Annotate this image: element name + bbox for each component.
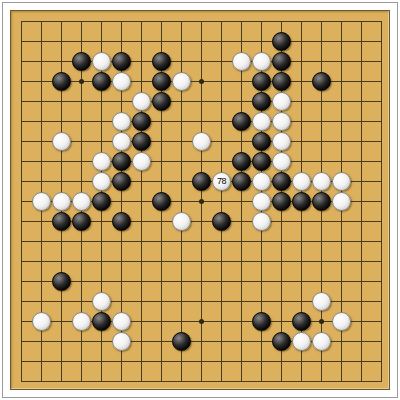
white-stone-16-15 — [312, 292, 331, 311]
white-stone-2-16 — [32, 312, 51, 331]
star-point — [79, 79, 84, 84]
grid-line-vertical — [241, 21, 242, 382]
white-stone-7-8 — [132, 152, 151, 171]
star-point — [199, 199, 204, 204]
white-stone-13-9 — [252, 172, 271, 191]
white-stone-9-11 — [172, 212, 191, 231]
white-stone-13-3 — [252, 52, 271, 71]
black-stone-10-9 — [192, 172, 211, 191]
screenshot-root: { "game": "go", "title": "Go game diagra… — [0, 0, 400, 400]
black-stone-4-3 — [72, 52, 91, 71]
grid-line-vertical — [221, 21, 222, 382]
grid-line-vertical — [361, 21, 362, 382]
white-stone-14-8 — [272, 152, 291, 171]
black-stone-14-2 — [272, 32, 291, 51]
white-stone-13-10 — [252, 192, 271, 211]
black-stone-3-14 — [52, 272, 71, 291]
white-stone-6-17 — [112, 332, 131, 351]
black-stone-5-10 — [92, 192, 111, 211]
black-stone-7-7 — [132, 132, 151, 151]
black-stone-16-4 — [312, 72, 331, 91]
white-stone-7-5 — [132, 92, 151, 111]
black-stone-5-4 — [92, 72, 111, 91]
white-stone-14-7 — [272, 132, 291, 151]
move-number-label: 78 — [213, 173, 230, 190]
black-stone-5-16 — [92, 312, 111, 331]
black-stone-14-9 — [272, 172, 291, 191]
white-stone-2-10 — [32, 192, 51, 211]
black-stone-14-4 — [272, 72, 291, 91]
black-stone-8-5 — [152, 92, 171, 111]
grid-line-horizontal — [21, 241, 382, 242]
white-stone-14-5 — [272, 92, 291, 111]
black-stone-6-9 — [112, 172, 131, 191]
white-stone-17-10 — [332, 192, 351, 211]
black-stone-15-10 — [292, 192, 311, 211]
black-stone-14-17 — [272, 332, 291, 351]
white-stone-12-3 — [232, 52, 251, 71]
grid-line-vertical — [381, 21, 382, 382]
white-stone-5-3 — [92, 52, 111, 71]
white-stone-4-10 — [72, 192, 91, 211]
white-stone-17-16 — [332, 312, 351, 331]
white-stone-16-17 — [312, 332, 331, 351]
white-stone-15-17 — [292, 332, 311, 351]
grid-line-horizontal — [21, 281, 382, 282]
white-stone-4-16 — [72, 312, 91, 331]
black-stone-8-10 — [152, 192, 171, 211]
white-stone-10-7 — [192, 132, 211, 151]
grid-line-horizontal — [21, 381, 382, 382]
go-board[interactable]: 78 — [10, 10, 390, 390]
white-stone-9-4 — [172, 72, 191, 91]
white-stone-5-9 — [92, 172, 111, 191]
grid-line-horizontal — [21, 361, 382, 362]
white-stone-5-8 — [92, 152, 111, 171]
black-stone-13-5 — [252, 92, 271, 111]
white-stone-13-11 — [252, 212, 271, 231]
black-stone-3-11 — [52, 212, 71, 231]
black-stone-12-8 — [232, 152, 251, 171]
black-stone-13-16 — [252, 312, 271, 331]
white-stone-6-6 — [112, 112, 131, 131]
black-stone-6-11 — [112, 212, 131, 231]
black-stone-4-11 — [72, 212, 91, 231]
black-stone-12-9 — [232, 172, 251, 191]
white-stone-3-10 — [52, 192, 71, 211]
star-point — [319, 319, 324, 324]
black-stone-6-8 — [112, 152, 131, 171]
white-stone-14-6 — [272, 112, 291, 131]
white-stone-6-7 — [112, 132, 131, 151]
black-stone-6-3 — [112, 52, 131, 71]
white-stone-6-4 — [112, 72, 131, 91]
black-stone-3-4 — [52, 72, 71, 91]
star-point — [199, 319, 204, 324]
black-stone-13-8 — [252, 152, 271, 171]
black-stone-14-3 — [272, 52, 291, 71]
white-stone-5-15 — [92, 292, 111, 311]
white-stone-11-9: 78 — [212, 172, 231, 191]
black-stone-14-10 — [272, 192, 291, 211]
black-stone-9-17 — [172, 332, 191, 351]
black-stone-13-4 — [252, 72, 271, 91]
white-stone-13-6 — [252, 112, 271, 131]
grid-line-horizontal — [21, 261, 382, 262]
white-stone-3-7 — [52, 132, 71, 151]
white-stone-6-16 — [112, 312, 131, 331]
black-stone-8-3 — [152, 52, 171, 71]
black-stone-16-10 — [312, 192, 331, 211]
white-stone-15-9 — [292, 172, 311, 191]
black-stone-12-6 — [232, 112, 251, 131]
white-stone-17-9 — [332, 172, 351, 191]
black-stone-13-7 — [252, 132, 271, 151]
black-stone-8-4 — [152, 72, 171, 91]
black-stone-15-16 — [292, 312, 311, 331]
star-point — [199, 79, 204, 84]
black-stone-7-6 — [132, 112, 151, 131]
black-stone-11-11 — [212, 212, 231, 231]
white-stone-16-9 — [312, 172, 331, 191]
